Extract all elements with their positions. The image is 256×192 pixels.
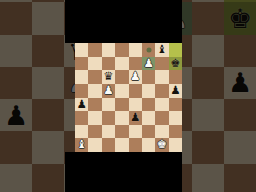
main-square-a7[interactable] xyxy=(75,57,88,71)
main-square-f2[interactable] xyxy=(142,125,155,139)
main-square-c3[interactable] xyxy=(102,111,115,125)
main-square-d4[interactable] xyxy=(115,98,128,112)
main-square-h1[interactable] xyxy=(169,138,182,152)
main-square-b1[interactable] xyxy=(88,138,101,152)
main-piece-white-pawn-f7[interactable]: ♟ xyxy=(143,58,153,70)
main-square-h3[interactable] xyxy=(169,111,182,125)
main-square-a2[interactable] xyxy=(75,125,88,139)
main-square-f5[interactable] xyxy=(142,84,155,98)
main-square-c6[interactable]: ♛ xyxy=(102,70,115,84)
main-square-b5[interactable] xyxy=(88,84,101,98)
main-piece-white-king-g1[interactable]: ♚ xyxy=(157,139,167,151)
main-square-e7[interactable] xyxy=(129,57,142,71)
main-square-g8[interactable]: ♝ xyxy=(155,43,168,57)
top-matte xyxy=(65,0,182,43)
main-piece-white-pawn-e6[interactable]: ♟ xyxy=(130,71,140,83)
main-square-f4[interactable] xyxy=(142,98,155,112)
main-square-c5[interactable]: ♟ xyxy=(102,84,115,98)
main-piece-black-pawn-a4[interactable]: ♟ xyxy=(77,99,87,111)
main-square-e5[interactable] xyxy=(129,84,142,98)
main-square-c1[interactable] xyxy=(102,138,115,152)
main-square-c7[interactable] xyxy=(102,57,115,71)
main-square-b3[interactable] xyxy=(88,111,101,125)
video-frame: ♝♟♚♛♟♟♟♟♟♝♚ ♝♟♚♛♟♟♟♟♟♝♚ xyxy=(0,0,256,192)
main-square-d8[interactable] xyxy=(115,43,128,57)
main-square-b4[interactable] xyxy=(88,98,101,112)
main-square-g4[interactable] xyxy=(155,98,168,112)
main-square-h2[interactable] xyxy=(169,125,182,139)
main-square-e3[interactable]: ♟ xyxy=(129,111,142,125)
main-square-d3[interactable] xyxy=(115,111,128,125)
main-square-a5[interactable] xyxy=(75,84,88,98)
main-square-f6[interactable] xyxy=(142,70,155,84)
main-square-b7[interactable] xyxy=(88,57,101,71)
main-square-f8[interactable] xyxy=(142,43,155,57)
main-piece-black-pawn-e3[interactable]: ♟ xyxy=(130,112,140,124)
main-square-e2[interactable] xyxy=(129,125,142,139)
main-square-a6[interactable] xyxy=(75,70,88,84)
main-piece-black-pawn-h5[interactable]: ♟ xyxy=(170,85,180,97)
main-chessboard[interactable]: ♝♟♚♛♟♟♟♟♟♝♚ xyxy=(75,43,182,152)
main-square-b2[interactable] xyxy=(88,125,101,139)
main-square-e4[interactable] xyxy=(129,98,142,112)
main-move-hint-dot-f8[interactable] xyxy=(146,47,151,52)
main-square-f1[interactable] xyxy=(142,138,155,152)
main-square-h5[interactable]: ♟ xyxy=(169,84,182,98)
main-square-g5[interactable] xyxy=(155,84,168,98)
main-square-h6[interactable] xyxy=(169,70,182,84)
bottom-matte xyxy=(65,152,182,192)
main-square-c8[interactable] xyxy=(102,43,115,57)
main-square-a8[interactable] xyxy=(75,43,88,57)
main-square-g2[interactable] xyxy=(155,125,168,139)
main-piece-black-queen-c6[interactable]: ♛ xyxy=(103,71,113,83)
main-square-b8[interactable] xyxy=(88,43,101,57)
main-square-f7[interactable]: ♟ xyxy=(142,57,155,71)
main-square-h8[interactable] xyxy=(169,43,182,57)
main-square-g7[interactable] xyxy=(155,57,168,71)
main-square-c4[interactable] xyxy=(102,98,115,112)
main-square-f3[interactable] xyxy=(142,111,155,125)
main-square-d6[interactable] xyxy=(115,70,128,84)
main-square-c2[interactable] xyxy=(102,125,115,139)
main-piece-black-king-h7[interactable]: ♚ xyxy=(170,58,180,70)
main-square-d5[interactable] xyxy=(115,84,128,98)
main-square-h7[interactable]: ♚ xyxy=(169,57,182,71)
main-square-e8[interactable] xyxy=(129,43,142,57)
main-square-d1[interactable] xyxy=(115,138,128,152)
main-square-h4[interactable] xyxy=(169,98,182,112)
main-square-g3[interactable] xyxy=(155,111,168,125)
main-square-e1[interactable] xyxy=(129,138,142,152)
main-piece-white-pawn-c5[interactable]: ♟ xyxy=(103,85,113,97)
main-square-a3[interactable] xyxy=(75,111,88,125)
main-square-d7[interactable] xyxy=(115,57,128,71)
main-square-a1[interactable]: ♝ xyxy=(75,138,88,152)
main-square-g6[interactable] xyxy=(155,70,168,84)
main-square-e6[interactable]: ♟ xyxy=(129,70,142,84)
main-square-d2[interactable] xyxy=(115,125,128,139)
main-square-a4[interactable]: ♟ xyxy=(75,98,88,112)
main-square-g1[interactable]: ♚ xyxy=(155,138,168,152)
main-square-b6[interactable] xyxy=(88,70,101,84)
main-piece-black-bishop-g8[interactable]: ♝ xyxy=(157,44,167,56)
main-piece-white-bishop-a1[interactable]: ♝ xyxy=(77,139,87,151)
